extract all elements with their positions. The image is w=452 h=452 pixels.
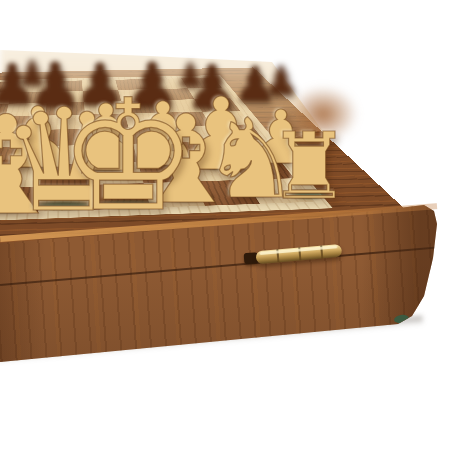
product-photo: ♟♟♟♟♟♟♟♟♟♟♟♟♟♟♜♞♝♝♛♚ — [0, 0, 452, 452]
pieces-layer: ♟♟♟♟♟♟♟♟♟♟♟♟♟♟♜♞♝♝♛♚ — [0, 0, 452, 452]
white-king-e1[interactable]: ♚ — [51, 79, 205, 233]
